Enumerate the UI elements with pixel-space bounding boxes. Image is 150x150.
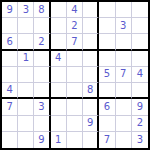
cell-r8c6[interactable]: 9 xyxy=(83,116,99,132)
given-digit: 3 xyxy=(38,102,44,112)
cell-r5c6[interactable] xyxy=(83,67,99,83)
cell-r5c3[interactable] xyxy=(34,67,50,83)
cell-r9c6[interactable] xyxy=(83,132,99,148)
given-digit: 4 xyxy=(55,53,61,63)
cell-r1c1[interactable]: 9 xyxy=(2,2,18,18)
cell-r8c2[interactable] xyxy=(18,116,34,132)
cell-r3c5[interactable]: 7 xyxy=(67,34,83,50)
cell-r4c7[interactable] xyxy=(99,51,115,67)
given-digit: 6 xyxy=(104,102,110,112)
cell-r6c2[interactable] xyxy=(18,83,34,99)
cell-r4c5[interactable] xyxy=(67,51,83,67)
cell-r8c7[interactable] xyxy=(99,116,115,132)
given-digit: 7 xyxy=(6,102,12,112)
cell-r6c1[interactable]: 4 xyxy=(2,83,18,99)
cell-r1c7[interactable] xyxy=(99,2,115,18)
cell-r6c9[interactable] xyxy=(132,83,148,99)
cell-r7c7[interactable]: 6 xyxy=(99,99,115,115)
cell-r3c2[interactable] xyxy=(18,34,34,50)
cell-r2c6[interactable] xyxy=(83,18,99,34)
given-digit: 6 xyxy=(6,37,12,47)
cell-r1c4[interactable] xyxy=(51,2,67,18)
given-digit: 3 xyxy=(23,5,29,15)
cell-r6c8[interactable] xyxy=(116,83,132,99)
sudoku-board: 93842362714574487369929173 xyxy=(0,0,150,150)
given-digit: 8 xyxy=(87,85,93,95)
cell-r3c9[interactable] xyxy=(132,34,148,50)
cell-r9c4[interactable]: 1 xyxy=(51,132,67,148)
cell-r8c4[interactable] xyxy=(51,116,67,132)
given-digit: 7 xyxy=(104,135,110,145)
cell-r5c2[interactable] xyxy=(18,67,34,83)
cell-r3c8[interactable] xyxy=(116,34,132,50)
cell-r8c9[interactable]: 2 xyxy=(132,116,148,132)
cell-r1c6[interactable] xyxy=(83,2,99,18)
given-digit: 9 xyxy=(137,102,143,112)
cell-r8c1[interactable] xyxy=(2,116,18,132)
given-digit: 7 xyxy=(120,69,126,79)
cell-r5c4[interactable] xyxy=(51,67,67,83)
given-digit: 5 xyxy=(104,69,110,79)
cell-r4c1[interactable] xyxy=(2,51,18,67)
cell-r8c8[interactable] xyxy=(116,116,132,132)
cell-r4c2[interactable]: 1 xyxy=(18,51,34,67)
given-digit: 8 xyxy=(38,5,44,15)
cell-r7c4[interactable] xyxy=(51,99,67,115)
cell-r3c4[interactable] xyxy=(51,34,67,50)
given-digit: 2 xyxy=(137,118,143,128)
cell-r9c5[interactable] xyxy=(67,132,83,148)
given-digit: 4 xyxy=(137,69,143,79)
cell-r2c9[interactable] xyxy=(132,18,148,34)
cell-r9c9[interactable]: 3 xyxy=(132,132,148,148)
cell-r6c5[interactable] xyxy=(67,83,83,99)
cell-r7c9[interactable]: 9 xyxy=(132,99,148,115)
cell-r9c8[interactable] xyxy=(116,132,132,148)
cell-r2c5[interactable]: 2 xyxy=(67,18,83,34)
cell-r8c5[interactable] xyxy=(67,116,83,132)
given-digit: 2 xyxy=(71,21,77,31)
given-digit: 3 xyxy=(137,135,143,145)
cell-r3c6[interactable] xyxy=(83,34,99,50)
cell-r2c8[interactable]: 3 xyxy=(116,18,132,34)
cell-r6c6[interactable]: 8 xyxy=(83,83,99,99)
cell-r1c8[interactable] xyxy=(116,2,132,18)
cell-r4c4[interactable]: 4 xyxy=(51,51,67,67)
cell-r7c8[interactable] xyxy=(116,99,132,115)
cell-r8c3[interactable] xyxy=(34,116,50,132)
cell-r6c7[interactable] xyxy=(99,83,115,99)
cell-r7c3[interactable]: 3 xyxy=(34,99,50,115)
cell-r9c7[interactable]: 7 xyxy=(99,132,115,148)
cell-r4c3[interactable] xyxy=(34,51,50,67)
cell-r2c3[interactable] xyxy=(34,18,50,34)
cell-r5c9[interactable]: 4 xyxy=(132,67,148,83)
given-digit: 4 xyxy=(6,85,12,95)
cell-r9c3[interactable]: 9 xyxy=(34,132,50,148)
given-digit: 9 xyxy=(87,118,93,128)
cell-r7c2[interactable] xyxy=(18,99,34,115)
cell-r2c7[interactable] xyxy=(99,18,115,34)
cell-r1c2[interactable]: 3 xyxy=(18,2,34,18)
given-digit: 9 xyxy=(38,135,44,145)
cell-r5c7[interactable]: 5 xyxy=(99,67,115,83)
cell-r7c6[interactable] xyxy=(83,99,99,115)
cell-r4c8[interactable] xyxy=(116,51,132,67)
cell-r7c5[interactable] xyxy=(67,99,83,115)
given-digit: 9 xyxy=(6,5,12,15)
cell-r1c5[interactable]: 4 xyxy=(67,2,83,18)
given-digit: 4 xyxy=(71,5,77,15)
cell-r1c3[interactable]: 8 xyxy=(34,2,50,18)
given-digit: 1 xyxy=(55,135,61,145)
cell-r6c3[interactable] xyxy=(34,83,50,99)
cell-r7c1[interactable]: 7 xyxy=(2,99,18,115)
cell-r3c3[interactable]: 2 xyxy=(34,34,50,50)
cell-r4c9[interactable] xyxy=(132,51,148,67)
cell-r6c4[interactable] xyxy=(51,83,67,99)
cell-r2c2[interactable] xyxy=(18,18,34,34)
cell-r2c1[interactable] xyxy=(2,18,18,34)
cell-r3c1[interactable]: 6 xyxy=(2,34,18,50)
given-digit: 1 xyxy=(23,53,29,63)
cell-r3c7[interactable] xyxy=(99,34,115,50)
given-digit: 7 xyxy=(71,37,77,47)
given-digit: 3 xyxy=(120,21,126,31)
cell-r2c4[interactable] xyxy=(51,18,67,34)
given-digit: 2 xyxy=(38,37,44,47)
cell-r5c8[interactable]: 7 xyxy=(116,67,132,83)
cell-r9c1[interactable] xyxy=(2,132,18,148)
cell-r5c5[interactable] xyxy=(67,67,83,83)
cell-r5c1[interactable] xyxy=(2,67,18,83)
cell-r4c6[interactable] xyxy=(83,51,99,67)
cell-r1c9[interactable] xyxy=(132,2,148,18)
cell-r9c2[interactable] xyxy=(18,132,34,148)
